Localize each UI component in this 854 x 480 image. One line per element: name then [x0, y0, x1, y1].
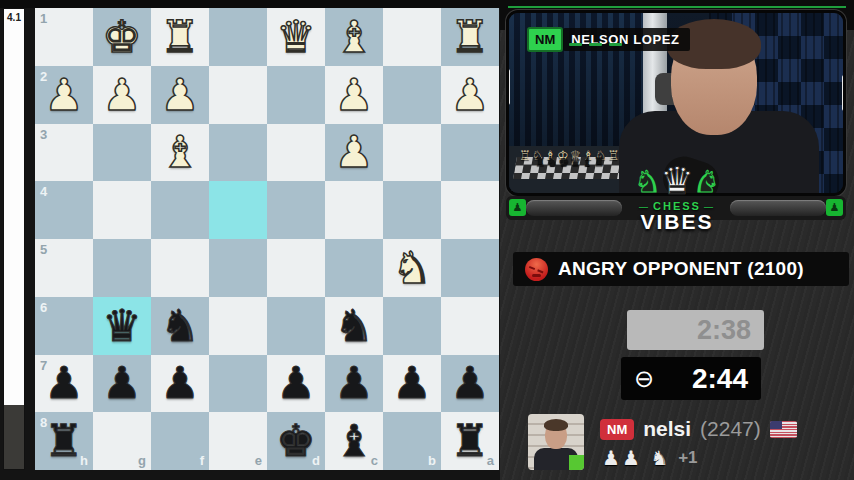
logo-queen-icon: ♛ [660, 162, 694, 200]
square-f3[interactable]: ♝ [151, 124, 209, 182]
file-label-a: a [487, 453, 494, 468]
captured-pieces-icons: ♟♟ ♞ [602, 446, 670, 470]
square-a8[interactable]: a♜ [441, 412, 499, 470]
logo-pieces: ♞ ♛ ♞ [617, 160, 737, 204]
evaluation-bar-white-portion [4, 9, 24, 405]
square-b1[interactable] [383, 8, 441, 66]
square-g2[interactable]: ♟ [93, 66, 151, 124]
square-a7[interactable]: ♟ [441, 355, 499, 413]
streamer-name-tag: NM NELSON LOPEZ [527, 27, 690, 52]
square-g5[interactable] [93, 239, 151, 297]
square-e6[interactable] [209, 297, 267, 355]
clock-minus-icon: ⊖ [634, 367, 654, 391]
square-g6[interactable]: ♛ [93, 297, 151, 355]
white-king-g1[interactable]: ♚ [102, 15, 141, 59]
square-h5[interactable]: 5 [35, 239, 93, 297]
black-queen-g6[interactable]: ♛ [102, 304, 141, 348]
square-d2[interactable] [267, 66, 325, 124]
rank-label-4: 4 [40, 184, 47, 199]
square-g7[interactable]: ♟ [93, 355, 151, 413]
square-c7[interactable]: ♟ [325, 355, 383, 413]
green-pawn-icon-right: ♟ [826, 199, 843, 216]
rank-label-3: 3 [40, 127, 47, 142]
online-presence-indicator [569, 455, 584, 470]
board-zone: 4.1 1♚♜♛♝♜2♟♟♟♟♟3♝♟45♞6♛♞♞7♟♟♟♟♟♟♟8h♜gfe… [0, 0, 500, 480]
file-label-h: h [80, 453, 88, 468]
opponent-clock: 2:38 [627, 310, 764, 350]
black-pawn-h7[interactable]: ♟ [44, 361, 83, 405]
black-pawn-c7[interactable]: ♟ [334, 361, 373, 405]
white-rook-f1[interactable]: ♜ [160, 15, 199, 59]
black-rook-a8[interactable]: ♜ [450, 419, 489, 463]
logo-text-vibes: VIBES [617, 210, 737, 234]
square-a6[interactable] [441, 297, 499, 355]
square-d4[interactable] [267, 181, 325, 239]
green-pawn-icon-left: ♟ [509, 199, 526, 216]
white-knight-b5[interactable]: ♞ [392, 246, 431, 290]
square-d6[interactable] [267, 297, 325, 355]
file-label-d: d [312, 453, 320, 468]
glossy-capsule-left [526, 200, 622, 216]
white-queen-d1[interactable]: ♛ [276, 15, 315, 59]
square-h1[interactable]: 1 [35, 8, 93, 66]
black-pawn-a7[interactable]: ♟ [450, 361, 489, 405]
name-tag-underline-dashes [569, 43, 622, 46]
square-e7[interactable] [209, 355, 267, 413]
square-d1[interactable]: ♛ [267, 8, 325, 66]
streamer-title-badge: NM [527, 27, 563, 52]
square-f6[interactable]: ♞ [151, 297, 209, 355]
file-label-e: e [255, 453, 262, 468]
black-pawn-d7[interactable]: ♟ [276, 361, 315, 405]
white-rook-a1[interactable]: ♜ [450, 15, 489, 59]
square-c4[interactable] [325, 181, 383, 239]
rank-label-2: 2 [40, 69, 47, 84]
square-d5[interactable] [267, 239, 325, 297]
square-e4[interactable] [209, 181, 267, 239]
us-flag-icon [770, 421, 797, 438]
square-h8[interactable]: 8h♜ [35, 412, 93, 470]
square-c8[interactable]: c♝ [325, 412, 383, 470]
angry-emoji-icon [525, 258, 548, 281]
square-b6[interactable] [383, 297, 441, 355]
black-bishop-c8[interactable]: ♝ [334, 419, 373, 463]
square-g1[interactable]: ♚ [93, 8, 151, 66]
square-a2[interactable]: ♟ [441, 66, 499, 124]
white-pawn-h2[interactable]: ♟ [44, 73, 83, 117]
white-pawn-c2[interactable]: ♟ [334, 73, 373, 117]
square-c6[interactable]: ♞ [325, 297, 383, 355]
opponent-label: ANGRY OPPONENT (2100) [558, 258, 804, 280]
rank-label-8: 8 [40, 415, 47, 430]
square-c1[interactable]: ♝ [325, 8, 383, 66]
black-king-d8[interactable]: ♚ [276, 419, 315, 463]
file-label-b: b [428, 453, 436, 468]
square-h2[interactable]: 2♟ [35, 66, 93, 124]
square-a3[interactable] [441, 124, 499, 182]
opponent-banner: ANGRY OPPONENT (2100) [513, 252, 849, 286]
logo-knight-right-icon: ♞ [693, 167, 720, 197]
material-advantage: +1 [678, 448, 697, 468]
white-pawn-f2[interactable]: ♟ [160, 73, 199, 117]
frame-clip-left [509, 69, 510, 105]
black-pawn-g7[interactable]: ♟ [102, 361, 141, 405]
square-f7[interactable]: ♟ [151, 355, 209, 413]
square-e3[interactable] [209, 124, 267, 182]
square-b8[interactable]: b [383, 412, 441, 470]
square-d7[interactable]: ♟ [267, 355, 325, 413]
square-d3[interactable] [267, 124, 325, 182]
square-b5[interactable]: ♞ [383, 239, 441, 297]
square-g8[interactable]: g [93, 412, 151, 470]
white-bishop-f3[interactable]: ♝ [160, 130, 199, 174]
square-f8[interactable]: f [151, 412, 209, 470]
captured-pieces-line: ♟♟ ♞ +1 [602, 446, 698, 470]
square-e2[interactable] [209, 66, 267, 124]
rank-label-6: 6 [40, 300, 47, 315]
square-e8[interactable]: e [209, 412, 267, 470]
square-c5[interactable] [325, 239, 383, 297]
black-pawn-b7[interactable]: ♟ [392, 361, 431, 405]
player-name: nelsi [643, 417, 691, 441]
square-b4[interactable] [383, 181, 441, 239]
square-g4[interactable] [93, 181, 151, 239]
square-h7[interactable]: 7♟ [35, 355, 93, 413]
chess-vibes-logo: ♞ ♛ ♞ CHESS VIBES [617, 160, 737, 234]
rank-label-1: 1 [40, 11, 47, 26]
square-h3[interactable]: 3 [35, 124, 93, 182]
square-b7[interactable]: ♟ [383, 355, 441, 413]
player-avatar [528, 414, 584, 470]
square-f1[interactable]: ♜ [151, 8, 209, 66]
player-time: 2:44 [692, 363, 748, 395]
square-a4[interactable] [441, 181, 499, 239]
streamer-name: NELSON LOPEZ [563, 28, 689, 51]
square-a5[interactable] [441, 239, 499, 297]
rank-label-5: 5 [40, 242, 47, 257]
player-rating: (2247) [700, 417, 761, 441]
square-g3[interactable] [93, 124, 151, 182]
black-knight-f6[interactable]: ♞ [160, 304, 199, 348]
square-h4[interactable]: 4 [35, 181, 93, 239]
white-bishop-c1[interactable]: ♝ [334, 15, 373, 59]
file-label-g: g [138, 453, 146, 468]
square-f2[interactable]: ♟ [151, 66, 209, 124]
square-d8[interactable]: d♚ [267, 412, 325, 470]
top-strip [0, 0, 500, 8]
avatar-face [545, 422, 567, 449]
square-b2[interactable] [383, 66, 441, 124]
decor-chess-pieces-dark: ♜♞♚♛♝♜ [535, 155, 606, 169]
chess-board[interactable]: 1♚♜♛♝♜2♟♟♟♟♟3♝♟45♞6♛♞♞7♟♟♟♟♟♟♟8h♜gfed♚c♝… [35, 8, 499, 470]
logo-knight-left-icon: ♞ [634, 167, 661, 197]
stream-panel: ♖♘♗♔♕♗♘♖ ♜♞♚♛♝♜ NM NELSON LOPEZ ♟ ♟ [500, 0, 854, 480]
player-info-line: NM nelsi (2247) [600, 416, 797, 442]
black-rook-h8[interactable]: ♜ [44, 419, 83, 463]
square-b3[interactable] [383, 124, 441, 182]
square-f5[interactable] [151, 239, 209, 297]
square-f4[interactable] [151, 181, 209, 239]
evaluation-bar: 4.1 [3, 8, 25, 470]
file-label-f: f [200, 453, 204, 468]
glossy-capsule-right [730, 200, 826, 216]
player-title-badge: NM [600, 419, 634, 440]
black-knight-c6[interactable]: ♞ [334, 304, 373, 348]
green-accent-line [508, 6, 846, 8]
player-clock-active: ⊖ 2:44 [621, 357, 761, 400]
white-pawn-c3[interactable]: ♟ [334, 130, 373, 174]
square-e1[interactable] [209, 8, 267, 66]
rank-label-7: 7 [40, 358, 47, 373]
square-e5[interactable] [209, 239, 267, 297]
file-label-c: c [371, 453, 378, 468]
square-a1[interactable]: ♜ [441, 8, 499, 66]
black-pawn-f7[interactable]: ♟ [160, 361, 199, 405]
stream-screen: 4.1 1♚♜♛♝♜2♟♟♟♟♟3♝♟45♞6♛♞♞7♟♟♟♟♟♟♟8h♜gfe… [0, 0, 854, 480]
frame-clip-right [842, 75, 843, 111]
square-h6[interactable]: 6 [35, 297, 93, 355]
white-pawn-g2[interactable]: ♟ [102, 73, 141, 117]
white-pawn-a2[interactable]: ♟ [450, 73, 489, 117]
square-c3[interactable]: ♟ [325, 124, 383, 182]
opponent-time: 2:38 [697, 315, 751, 346]
square-c2[interactable]: ♟ [325, 66, 383, 124]
evaluation-value: 4.1 [4, 12, 24, 23]
